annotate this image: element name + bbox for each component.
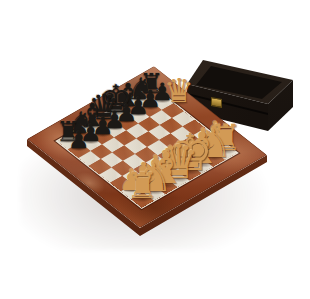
piece-black-pawn[interactable]: ♟ [68,128,90,152]
piece-white-rook[interactable]: ♜ [126,168,158,204]
brass-latch [211,97,222,108]
product-photo: ♜♞♝♛♚♝♞♜♟♟♟♟♟♟♟♟♟♟♟♟♟♟♟♟♜♞♝♛♚♝♞♜♛ [10,0,310,299]
piece-white-queen-extra[interactable]: ♛ [164,74,194,107]
